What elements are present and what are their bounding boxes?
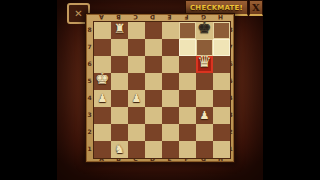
- white-knight[interactable]: ♞: [111, 140, 128, 157]
- square-b4[interactable]: [111, 90, 128, 107]
- square-a2[interactable]: [94, 124, 111, 141]
- square-f3[interactable]: [179, 107, 196, 124]
- square-g4[interactable]: [196, 90, 213, 107]
- coord-left-2: 2: [86, 123, 93, 140]
- square-h5[interactable]: [213, 73, 230, 90]
- white-rook[interactable]: ♜: [111, 20, 128, 37]
- square-a8[interactable]: [94, 22, 111, 39]
- coord-top-f: F: [178, 14, 195, 21]
- square-a5[interactable]: ♚: [94, 73, 111, 90]
- square-h2[interactable]: [213, 124, 230, 141]
- square-h6[interactable]: [213, 56, 230, 73]
- square-b6[interactable]: [111, 56, 128, 73]
- square-a3[interactable]: [94, 107, 111, 124]
- close-icon: X: [252, 3, 260, 13]
- coord-left-6: 6: [86, 55, 93, 72]
- square-h8[interactable]: [213, 22, 230, 39]
- square-a7[interactable]: [94, 39, 111, 56]
- square-f7[interactable]: [179, 39, 196, 56]
- square-f4[interactable]: [179, 90, 196, 107]
- coord-left-7: 7: [86, 38, 93, 55]
- square-b1[interactable]: ♞: [111, 141, 128, 158]
- square-f5[interactable]: [179, 73, 196, 90]
- black-king[interactable]: ♚: [196, 19, 213, 36]
- square-g3[interactable]: ♟: [196, 107, 213, 124]
- white-pawn[interactable]: ♟: [128, 90, 145, 107]
- square-c5[interactable]: [128, 73, 145, 90]
- square-e8[interactable]: [162, 22, 179, 39]
- square-h1[interactable]: [213, 141, 230, 158]
- square-c4[interactable]: ♟: [128, 90, 145, 107]
- coord-top-h: H: [212, 14, 229, 21]
- white-king[interactable]: ♚: [94, 70, 111, 87]
- square-e7[interactable]: [162, 39, 179, 56]
- square-c3[interactable]: [128, 107, 145, 124]
- expand-arrows-icon: ✕: [74, 9, 82, 19]
- square-e4[interactable]: [162, 90, 179, 107]
- square-c7[interactable]: [128, 39, 145, 56]
- square-d5[interactable]: [145, 73, 162, 90]
- square-e6[interactable]: [162, 56, 179, 73]
- square-f2[interactable]: [179, 124, 196, 141]
- square-d2[interactable]: [145, 124, 162, 141]
- chess-app-window: ✕ CHECKMATE! X ABCDEFGH ABCDEFGH 8765432…: [57, 0, 263, 180]
- coord-top-a: A: [93, 14, 110, 21]
- coord-left-5: 5: [86, 72, 93, 89]
- square-d8[interactable]: [145, 22, 162, 39]
- square-d3[interactable]: [145, 107, 162, 124]
- square-g8[interactable]: ♚: [196, 22, 213, 39]
- square-c8[interactable]: [128, 22, 145, 39]
- square-g6[interactable]: ♛: [196, 56, 213, 73]
- square-g5[interactable]: [196, 73, 213, 90]
- square-b2[interactable]: [111, 124, 128, 141]
- coord-top-d: D: [144, 14, 161, 21]
- screenshot-root: ✕ CHECKMATE! X ABCDEFGH ABCDEFGH 8765432…: [0, 0, 320, 180]
- square-a4[interactable]: ♟: [94, 90, 111, 107]
- square-d7[interactable]: [145, 39, 162, 56]
- square-b3[interactable]: [111, 107, 128, 124]
- square-d4[interactable]: [145, 90, 162, 107]
- square-e2[interactable]: [162, 124, 179, 141]
- white-pawn[interactable]: ♟: [196, 107, 213, 124]
- coords-left: 87654321: [86, 21, 93, 157]
- square-c6[interactable]: [128, 56, 145, 73]
- square-h7[interactable]: [213, 39, 230, 56]
- close-button[interactable]: X: [249, 0, 263, 16]
- white-pawn[interactable]: ♟: [94, 90, 111, 107]
- square-e3[interactable]: [162, 107, 179, 124]
- square-h4[interactable]: [213, 90, 230, 107]
- coord-left-3: 3: [86, 106, 93, 123]
- coord-left-1: 1: [86, 140, 93, 157]
- checkmate-banner-label: CHECKMATE!: [190, 4, 243, 12]
- square-c1[interactable]: [128, 141, 145, 158]
- square-a1[interactable]: [94, 141, 111, 158]
- coord-left-4: 4: [86, 89, 93, 106]
- square-g2[interactable]: [196, 124, 213, 141]
- square-d1[interactable]: [145, 141, 162, 158]
- square-b8[interactable]: ♜: [111, 22, 128, 39]
- square-f6[interactable]: [179, 56, 196, 73]
- square-e1[interactable]: [162, 141, 179, 158]
- square-e5[interactable]: [162, 73, 179, 90]
- white-queen[interactable]: ♛: [198, 55, 211, 68]
- square-d6[interactable]: [145, 56, 162, 73]
- chess-board-frame: ABCDEFGH ABCDEFGH 87654321 87654321 ♜♚♛♚…: [85, 13, 235, 163]
- square-f1[interactable]: [179, 141, 196, 158]
- board-grid: ♜♚♛♚♟♟♟♞: [93, 21, 231, 159]
- square-b5[interactable]: [111, 73, 128, 90]
- square-f8[interactable]: [179, 22, 196, 39]
- coord-top-e: E: [161, 14, 178, 21]
- square-g1[interactable]: [196, 141, 213, 158]
- square-b7[interactable]: [111, 39, 128, 56]
- square-c2[interactable]: [128, 124, 145, 141]
- coord-top-c: C: [127, 14, 144, 21]
- square-h3[interactable]: [213, 107, 230, 124]
- coord-left-8: 8: [86, 21, 93, 38]
